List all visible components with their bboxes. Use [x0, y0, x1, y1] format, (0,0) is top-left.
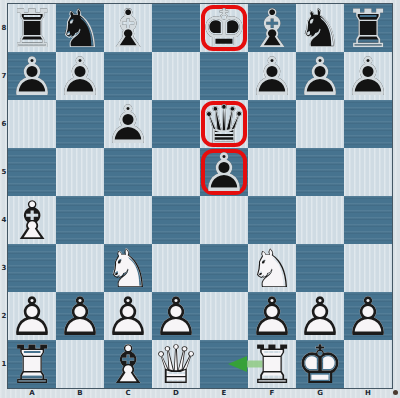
piece-glyph-outline: ♙: [248, 290, 296, 343]
square-b3[interactable]: [56, 244, 104, 292]
square-g8[interactable]: ♞♘: [296, 4, 344, 52]
square-e7[interactable]: [200, 52, 248, 100]
piece-glyph-fill: ♜: [8, 2, 56, 55]
chess-board: ♜♖♞♘♝♗♚♔♝♗♞♘♜♖♟♙♟♙♟♙♟♙♟♙♟♙♛♕♟♙♝♗♞♘♞♘♟♙♟♙…: [8, 4, 392, 388]
rank-label-1: 1: [0, 340, 8, 388]
rank-label-3: 3: [0, 244, 8, 292]
square-g6[interactable]: [296, 100, 344, 148]
square-b4[interactable]: [56, 196, 104, 244]
piece-glyph-fill: ♟: [248, 50, 296, 103]
rank-label-6: 6: [0, 100, 8, 148]
square-f7[interactable]: ♟♙: [248, 52, 296, 100]
piece-glyph-fill: ♚: [200, 2, 248, 55]
square-c8[interactable]: ♝♗: [104, 4, 152, 52]
square-c4[interactable]: [104, 196, 152, 244]
square-e5[interactable]: ♟♙: [200, 148, 248, 196]
square-f5[interactable]: [248, 148, 296, 196]
piece-glyph-outline: ♗: [248, 2, 296, 55]
square-a4[interactable]: ♝♗: [8, 196, 56, 244]
piece-glyph-outline: ♗: [8, 194, 56, 247]
piece-glyph-outline: ♙: [8, 50, 56, 103]
square-g4[interactable]: [296, 196, 344, 244]
square-e3[interactable]: [200, 244, 248, 292]
file-label-D: D: [152, 388, 200, 398]
piece-glyph-fill: ♞: [296, 2, 344, 55]
square-h4[interactable]: [344, 196, 392, 244]
square-c5[interactable]: [104, 148, 152, 196]
file-label-F: F: [248, 388, 296, 398]
square-e1[interactable]: [200, 340, 248, 388]
square-b6[interactable]: [56, 100, 104, 148]
square-a1[interactable]: ♜♖: [8, 340, 56, 388]
square-g1[interactable]: ♚♔: [296, 340, 344, 388]
square-d3[interactable]: [152, 244, 200, 292]
square-h7[interactable]: ♟♙: [344, 52, 392, 100]
square-f3[interactable]: ♞♘: [248, 244, 296, 292]
square-b5[interactable]: [56, 148, 104, 196]
piece-glyph-outline: ♕: [152, 338, 200, 391]
piece-glyph-outline: ♙: [248, 50, 296, 103]
black-king: ♚♔: [200, 4, 248, 52]
black-pawn: ♟♙: [200, 148, 248, 196]
piece-glyph-fill: ♟: [56, 290, 104, 343]
piece-glyph-fill: ♛: [152, 338, 200, 391]
black-pawn: ♟♙: [248, 52, 296, 100]
square-a7[interactable]: ♟♙: [8, 52, 56, 100]
black-pawn: ♟♙: [344, 52, 392, 100]
square-e8[interactable]: ♚♔: [200, 4, 248, 52]
piece-glyph-fill: ♟: [200, 146, 248, 199]
white-bishop: ♝♗: [8, 196, 56, 244]
piece-glyph-fill: ♜: [248, 338, 296, 391]
piece-glyph-outline: ♖: [344, 2, 392, 55]
rank-label-5: 5: [0, 148, 8, 196]
square-d5[interactable]: [152, 148, 200, 196]
piece-glyph-fill: ♜: [344, 2, 392, 55]
piece-glyph-outline: ♙: [8, 290, 56, 343]
square-g5[interactable]: [296, 148, 344, 196]
piece-glyph-fill: ♞: [104, 242, 152, 295]
white-knight: ♞♘: [104, 244, 152, 292]
piece-glyph-fill: ♝: [104, 2, 152, 55]
square-f2[interactable]: ♟♙: [248, 292, 296, 340]
square-g7[interactable]: ♟♙: [296, 52, 344, 100]
square-a6[interactable]: [8, 100, 56, 148]
square-c7[interactable]: [104, 52, 152, 100]
white-pawn: ♟♙: [56, 292, 104, 340]
piece-glyph-fill: ♝: [8, 194, 56, 247]
square-c3[interactable]: ♞♘: [104, 244, 152, 292]
piece-glyph-fill: ♜: [8, 338, 56, 391]
piece-glyph-fill: ♟: [296, 290, 344, 343]
square-a3[interactable]: [8, 244, 56, 292]
piece-glyph-outline: ♙: [104, 290, 152, 343]
piece-glyph-fill: ♝: [104, 338, 152, 391]
piece-glyph-fill: ♟: [296, 50, 344, 103]
square-f6[interactable]: [248, 100, 296, 148]
piece-glyph-fill: ♟: [344, 50, 392, 103]
piece-glyph-outline: ♖: [8, 2, 56, 55]
black-knight: ♞♘: [296, 4, 344, 52]
piece-glyph-outline: ♕: [200, 98, 248, 151]
black-rook: ♜♖: [344, 4, 392, 52]
square-d4[interactable]: [152, 196, 200, 244]
piece-glyph-outline: ♖: [248, 338, 296, 391]
piece-glyph-fill: ♟: [248, 290, 296, 343]
piece-glyph-outline: ♘: [104, 242, 152, 295]
black-bishop: ♝♗: [248, 4, 296, 52]
piece-glyph-outline: ♙: [344, 50, 392, 103]
black-pawn: ♟♙: [8, 52, 56, 100]
square-c1[interactable]: ♝♗: [104, 340, 152, 388]
rank-label-8: 8: [0, 4, 8, 52]
black-queen: ♛♕: [200, 100, 248, 148]
square-h6[interactable]: [344, 100, 392, 148]
rank-label-7: 7: [0, 52, 8, 100]
square-b1[interactable]: [56, 340, 104, 388]
square-d7[interactable]: [152, 52, 200, 100]
white-pawn: ♟♙: [8, 292, 56, 340]
rank-label-4: 4: [0, 196, 8, 244]
file-label-E: E: [200, 388, 248, 398]
black-rook: ♜♖: [8, 4, 56, 52]
black-pawn: ♟♙: [296, 52, 344, 100]
file-label-A: A: [8, 388, 56, 398]
piece-glyph-fill: ♟: [8, 50, 56, 103]
chess-app-window: ♜♖♞♘♝♗♚♔♝♗♞♘♜♖♟♙♟♙♟♙♟♙♟♙♟♙♛♕♟♙♝♗♞♘♞♘♟♙♟♙…: [0, 0, 400, 398]
white-bishop: ♝♗: [104, 340, 152, 388]
rank-label-2: 2: [0, 292, 8, 340]
black-pawn: ♟♙: [104, 100, 152, 148]
piece-glyph-fill: ♞: [56, 2, 104, 55]
square-d6[interactable]: [152, 100, 200, 148]
square-b2[interactable]: ♟♙: [56, 292, 104, 340]
piece-glyph-outline: ♙: [296, 50, 344, 103]
piece-glyph-outline: ♙: [56, 50, 104, 103]
square-d8[interactable]: [152, 4, 200, 52]
white-pawn: ♟♙: [344, 292, 392, 340]
white-pawn: ♟♙: [104, 292, 152, 340]
piece-glyph-outline: ♗: [104, 338, 152, 391]
square-b7[interactable]: ♟♙: [56, 52, 104, 100]
square-f4[interactable]: [248, 196, 296, 244]
file-label-C: C: [104, 388, 152, 398]
piece-glyph-fill: ♟: [344, 290, 392, 343]
square-h3[interactable]: [344, 244, 392, 292]
square-c6[interactable]: ♟♙: [104, 100, 152, 148]
piece-glyph-outline: ♙: [152, 290, 200, 343]
square-a8[interactable]: ♜♖: [8, 4, 56, 52]
white-queen: ♛♕: [152, 340, 200, 388]
white-rook: ♜♖: [8, 340, 56, 388]
piece-glyph-outline: ♙: [200, 146, 248, 199]
white-pawn: ♟♙: [152, 292, 200, 340]
piece-glyph-fill: ♞: [248, 242, 296, 295]
piece-glyph-outline: ♘: [56, 2, 104, 55]
file-label-B: B: [56, 388, 104, 398]
white-rook: ♜♖: [248, 340, 296, 388]
piece-glyph-fill: ♛: [200, 98, 248, 151]
square-d1[interactable]: ♛♕: [152, 340, 200, 388]
piece-glyph-fill: ♝: [248, 2, 296, 55]
white-pawn: ♟♙: [296, 292, 344, 340]
square-g3[interactable]: [296, 244, 344, 292]
square-f8[interactable]: ♝♗: [248, 4, 296, 52]
square-f1[interactable]: ♜♖: [248, 340, 296, 388]
file-label-G: G: [296, 388, 344, 398]
piece-glyph-outline: ♔: [296, 338, 344, 391]
square-a2[interactable]: ♟♙: [8, 292, 56, 340]
piece-glyph-outline: ♔: [200, 2, 248, 55]
piece-glyph-fill: ♚: [296, 338, 344, 391]
square-e2[interactable]: [200, 292, 248, 340]
piece-glyph-fill: ♟: [104, 98, 152, 151]
white-pawn: ♟♙: [248, 292, 296, 340]
white-king: ♚♔: [296, 340, 344, 388]
black-bishop: ♝♗: [104, 4, 152, 52]
square-h1[interactable]: [344, 340, 392, 388]
piece-glyph-fill: ♟: [56, 50, 104, 103]
piece-glyph-outline: ♙: [56, 290, 104, 343]
square-a5[interactable]: [8, 148, 56, 196]
file-label-H: H: [344, 388, 392, 398]
piece-glyph-fill: ♟: [8, 290, 56, 343]
square-g2[interactable]: ♟♙: [296, 292, 344, 340]
piece-glyph-outline: ♗: [104, 2, 152, 55]
black-knight: ♞♘: [56, 4, 104, 52]
white-knight: ♞♘: [248, 244, 296, 292]
piece-glyph-fill: ♟: [152, 290, 200, 343]
corner-dot: [393, 390, 398, 395]
black-pawn: ♟♙: [56, 52, 104, 100]
square-h2[interactable]: ♟♙: [344, 292, 392, 340]
square-h8[interactable]: ♜♖: [344, 4, 392, 52]
piece-glyph-outline: ♖: [8, 338, 56, 391]
piece-glyph-outline: ♘: [296, 2, 344, 55]
square-c2[interactable]: ♟♙: [104, 292, 152, 340]
square-b8[interactable]: ♞♘: [56, 4, 104, 52]
piece-glyph-outline: ♙: [104, 98, 152, 151]
square-h5[interactable]: [344, 148, 392, 196]
piece-glyph-outline: ♙: [296, 290, 344, 343]
piece-glyph-outline: ♙: [344, 290, 392, 343]
square-d2[interactable]: ♟♙: [152, 292, 200, 340]
piece-glyph-fill: ♟: [104, 290, 152, 343]
square-e6[interactable]: ♛♕: [200, 100, 248, 148]
square-e4[interactable]: [200, 196, 248, 244]
piece-glyph-outline: ♘: [248, 242, 296, 295]
